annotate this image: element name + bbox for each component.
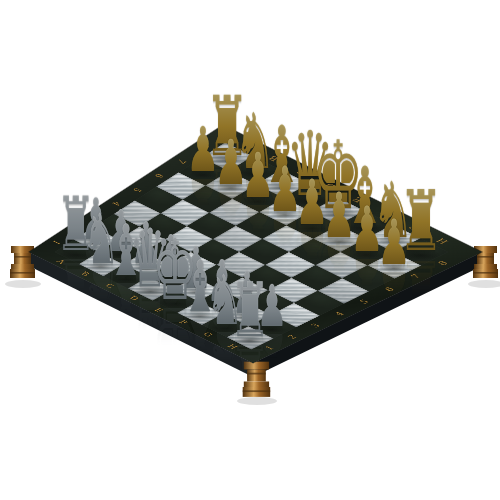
coord-label-text: F xyxy=(379,209,394,217)
coord-label-text: 7 xyxy=(409,273,423,280)
coord-label-text: C xyxy=(104,282,116,289)
coord-label-text: 3 xyxy=(309,322,322,328)
coord-label-text: 6 xyxy=(383,286,397,293)
coord-label-text: 5 xyxy=(357,298,371,305)
coord-label-text: 1 xyxy=(263,345,276,351)
coord-label-text: 4 xyxy=(110,200,123,207)
coord-label-text: G xyxy=(407,223,423,231)
coord-label-text: D xyxy=(323,182,339,190)
coord-label-text: H xyxy=(434,237,451,245)
coord-label-text: D xyxy=(128,295,141,302)
foot-ground-shadow xyxy=(237,397,277,405)
coord-label-text: 6 xyxy=(153,172,166,179)
coord-label-text: H xyxy=(226,343,240,350)
product-photo-scene: Luxury stone chess set in starting posit… xyxy=(0,0,500,500)
coord-label-text: 4 xyxy=(333,310,346,317)
foot-ground-shadow xyxy=(5,280,41,288)
coord-label-text: 8 xyxy=(198,142,212,149)
coord-label-text: E xyxy=(153,307,165,313)
coord-label-text: A xyxy=(55,258,67,265)
coord-label-text: A xyxy=(239,140,253,148)
coord-label-text: 5 xyxy=(131,186,144,193)
coord-label-text: B xyxy=(267,154,282,162)
coord-label-text: 7 xyxy=(175,157,189,164)
foot-ground-shadow xyxy=(468,280,500,288)
bronze-foot-bottom xyxy=(243,362,271,397)
coord-label-text: 2 xyxy=(286,333,299,339)
coord-label-text: 1 xyxy=(51,239,63,245)
coord-label-text: E xyxy=(351,196,366,204)
coord-label-text: F xyxy=(177,319,189,325)
coord-label-text: C xyxy=(295,168,310,176)
coord-label-text: G xyxy=(202,331,215,338)
coord-label-text: 8 xyxy=(436,259,451,266)
coord-label-text: B xyxy=(80,270,92,277)
coord-label-text: 3 xyxy=(90,213,102,220)
coord-label-text: 2 xyxy=(70,226,82,233)
